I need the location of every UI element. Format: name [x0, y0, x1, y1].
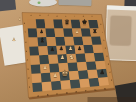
square-g4 [85, 53, 96, 62]
white-king-d2[interactable]: ♚ [61, 68, 68, 78]
black-pawn-h2[interactable]: ♟ [99, 68, 104, 75]
file-label-bottom-c: C [56, 92, 58, 96]
square-g5 [83, 45, 93, 54]
square-f1 [79, 78, 90, 87]
black-pawn-b7[interactable]: ♟ [39, 29, 43, 34]
file-label-top-f: F [74, 15, 75, 17]
square-g2 [87, 69, 98, 78]
square-a2 [32, 73, 42, 83]
square-c4 [48, 54, 58, 63]
square-e3 [68, 62, 78, 71]
file-label-bottom-g: G [94, 88, 96, 92]
black-queen-e8[interactable]: ♛ [64, 18, 69, 25]
square-a6 [29, 37, 39, 46]
white-pawn-d4[interactable]: ♟ [60, 54, 65, 60]
square-c1 [51, 81, 61, 91]
square-a7 [28, 28, 38, 37]
square-e2 [69, 71, 80, 80]
photo-viewport: AABBCCDDEEFFGGHH1122334455667788♛♚♟♟♜♝♟♟… [0, 0, 136, 102]
square-c8 [45, 19, 55, 28]
square-b8 [36, 19, 46, 28]
chessboard: AABBCCDDEEFFGGHH1122334455667788♛♚♟♟♜♝♟♟… [0, 0, 136, 102]
file-label-bottom-a: A [37, 94, 39, 98]
scene-stage: AABBCCDDEEFFGGHH1122334455667788♛♚♟♟♜♝♟♟… [0, 0, 136, 102]
black-pawn-d5[interactable]: ♟ [59, 45, 64, 51]
square-a4 [30, 55, 40, 65]
square-b2 [41, 73, 51, 83]
square-g3 [86, 61, 97, 70]
square-d8 [53, 19, 63, 28]
square-a5 [29, 46, 39, 55]
square-d1 [60, 80, 71, 90]
white-pawn-e5[interactable]: ♟ [68, 45, 73, 51]
black-rook-h7[interactable]: ♜ [92, 28, 97, 34]
square-e1 [70, 79, 81, 88]
square-h5 [92, 44, 103, 53]
square-b5 [38, 46, 48, 55]
square-e7 [63, 28, 73, 37]
square-f2 [78, 70, 89, 79]
black-pawn-c5[interactable]: ♟ [50, 46, 55, 52]
square-d7 [54, 28, 64, 37]
square-g1 [89, 78, 100, 87]
square-c6 [46, 37, 56, 46]
captured-white-pawn-1[interactable]: ♟ [18, 17, 21, 21]
square-f8 [71, 20, 81, 29]
white-pawn-c2[interactable]: ♟ [53, 71, 58, 78]
square-f4 [76, 53, 86, 62]
square-a3 [31, 64, 41, 74]
black-pawn-f5[interactable]: ♟ [77, 45, 82, 51]
square-h4 [94, 53, 105, 62]
white-knight-e4[interactable]: ♞ [69, 53, 75, 61]
square-d6 [55, 37, 65, 46]
square-f3 [77, 62, 88, 71]
file-label-bottom-e: E [75, 90, 77, 94]
square-a8 [27, 19, 37, 28]
square-b1 [42, 81, 52, 91]
square-a1 [32, 82, 42, 92]
white-pawn-b3[interactable]: ♟ [42, 64, 47, 70]
file-label-bottom-b: B [47, 93, 49, 97]
black-king-g8[interactable]: ♚ [82, 18, 87, 25]
square-h6 [91, 36, 101, 44]
rank-label-right-7: 7 [102, 31, 103, 33]
file-label-bottom-d: D [66, 91, 68, 95]
file-label-bottom-h: H [104, 87, 106, 91]
black-bishop-b6[interactable]: ♝ [40, 36, 46, 43]
square-g7 [81, 28, 91, 36]
square-c7 [45, 28, 55, 37]
white-pawn-f7[interactable]: ♟ [75, 29, 79, 34]
square-g6 [82, 36, 92, 45]
square-b4 [39, 55, 49, 64]
captured-white-pawn-0[interactable]: ♟ [12, 37, 16, 42]
square-h1 [98, 77, 109, 86]
